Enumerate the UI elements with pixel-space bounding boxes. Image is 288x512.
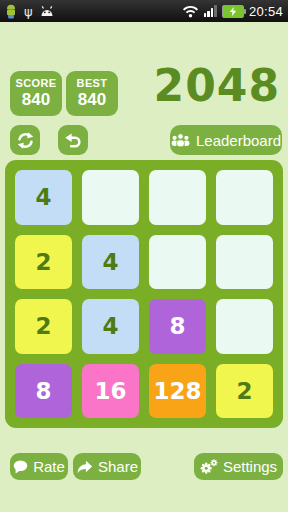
tile-2: 2 (15, 299, 72, 354)
undo-icon (64, 131, 83, 150)
empty-cell (149, 235, 206, 290)
undo-button[interactable] (58, 125, 88, 155)
people-icon (171, 133, 190, 147)
share-button[interactable]: Share (73, 453, 141, 480)
tile-128: 128 (149, 364, 206, 419)
settings-button[interactable]: Settings (194, 453, 283, 480)
empty-cell (216, 235, 273, 290)
best-badge: BEST 840 (66, 71, 118, 116)
tile-8: 8 (149, 299, 206, 354)
empty-cell (149, 170, 206, 225)
wifi-icon (182, 5, 199, 18)
empty-cell (216, 299, 273, 354)
rate-button[interactable]: Rate (10, 453, 68, 480)
android-mascot-icon (5, 4, 17, 19)
clock: 20:54 (249, 4, 283, 19)
rate-label: Rate (33, 458, 65, 475)
speech-bubble-icon (13, 460, 28, 474)
game-title: 2048 (130, 60, 280, 111)
tile-2: 2 (216, 364, 273, 419)
leaderboard-button[interactable]: Leaderboard (170, 125, 282, 155)
tile-4: 4 (82, 235, 139, 290)
tile-4: 4 (82, 299, 139, 354)
gears-icon (200, 459, 218, 475)
board[interactable]: 4242488161282 (5, 160, 283, 428)
score-label: SCORE (15, 77, 56, 90)
tile-4: 4 (15, 170, 72, 225)
tile-2: 2 (15, 235, 72, 290)
leaderboard-label: Leaderboard (196, 132, 281, 149)
empty-cell (82, 170, 139, 225)
status-bar: ψ 20:54 (0, 0, 288, 22)
android-head-icon (40, 6, 54, 17)
share-label: Share (98, 458, 138, 475)
battery-charging-icon (222, 5, 244, 18)
settings-label: Settings (223, 458, 277, 475)
score-value: 840 (22, 90, 50, 110)
score-badge: SCORE 840 (10, 71, 62, 116)
best-value: 840 (78, 90, 106, 110)
tile-8: 8 (15, 364, 72, 419)
share-arrow-icon (76, 459, 93, 474)
tile-16: 16 (82, 364, 139, 419)
signal-strength-icon (204, 5, 217, 17)
usb-icon: ψ (24, 5, 33, 18)
restart-button[interactable] (10, 125, 40, 155)
best-label: BEST (77, 77, 108, 90)
empty-cell (216, 170, 273, 225)
refresh-icon (16, 131, 35, 150)
